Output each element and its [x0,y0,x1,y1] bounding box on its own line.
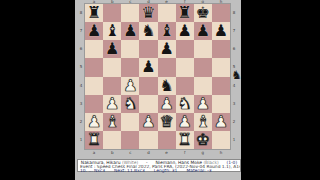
square-e2: ♛ [158,113,176,131]
piece-black-knight-e4: ♞ [159,77,173,95]
square-c8 [121,4,139,22]
board-panel: abcdefgh abcdefgh 87654321 87654321 ♜♛♜♚… [75,0,241,180]
piece-white-queen-e2: ♛ [159,113,173,131]
piece-white-pawn-e3: ♟ [159,95,173,113]
square-a2: ♟ [85,113,103,131]
coord-label-d: d [139,151,157,155]
file-labels-bottom: abcdefgh [85,151,230,155]
piece-black-queen-d8: ♛ [141,4,155,22]
square-a7: ♟ [85,22,103,40]
square-f3: ♞ [176,95,194,113]
square-b1 [103,131,121,149]
coord-label-5: 5 [78,58,84,76]
coord-label-8: 8 [231,4,237,22]
square-g8: ♚ [194,4,212,22]
square-c4: ♟ [121,77,139,95]
coord-label-g: g [194,151,212,155]
square-h5 [212,58,230,76]
piece-black-knight-d7: ♞ [141,22,155,40]
left-letterbox-bar [0,0,75,180]
coord-label-4: 4 [78,77,84,95]
piece-white-knight-f3: ♞ [178,95,192,113]
square-e7: ♝ [158,22,176,40]
piece-black-rook-f8: ♜ [178,4,192,22]
game-length: Length: 31 [154,169,178,173]
square-b3: ♟ [103,95,121,113]
square-d4 [139,77,157,95]
square-a6 [85,40,103,58]
square-b5 [103,58,121,76]
piece-black-pawn-f7: ♟ [178,22,192,40]
coord-label-1: 1 [78,131,84,149]
coord-label-a: a [85,151,103,155]
piece-black-king-g8: ♚ [196,4,210,22]
piece-black-bishop-e7: ♝ [159,22,173,40]
coord-label-f: f [176,151,194,155]
piece-white-rook-f1: ♜ [178,131,192,149]
square-d8: ♛ [139,4,157,22]
piece-black-pawn-a7: ♟ [87,22,101,40]
square-g4 [194,77,212,95]
square-c6 [121,40,139,58]
coord-label-6: 6 [231,40,237,58]
move-played: 10. ... Nxc3 [80,169,105,173]
piece-black-bishop-b7: ♝ [105,22,119,40]
square-h7: ♟ [212,22,230,40]
coord-label-2: 2 [78,113,84,131]
square-a5 [85,58,103,76]
coord-label-2: 2 [231,113,237,131]
coord-label-e: e [158,151,176,155]
square-g2: ♝ [194,113,212,131]
right-letterbox-bar [241,0,320,180]
piece-white-pawn-c4: ♟ [123,77,137,95]
square-b7: ♝ [103,22,121,40]
square-c5 [121,58,139,76]
square-c1 [121,131,139,149]
piece-black-pawn-c7: ♟ [123,22,137,40]
square-g6 [194,40,212,58]
square-e4: ♞ [158,77,176,95]
piece-black-pawn-d5: ♟ [141,58,155,76]
square-e3: ♟ [158,95,176,113]
square-d6 [139,40,157,58]
video-frame: abcdefgh abcdefgh 87654321 87654321 ♜♛♜♚… [0,0,320,180]
square-d1 [139,131,157,149]
piece-black-pawn-g7: ♟ [196,22,210,40]
coord-label-3: 3 [231,95,237,113]
piece-black-pawn-h7: ♟ [214,22,228,40]
piece-white-knight-c3: ♞ [123,95,137,113]
piece-black-rook-a8: ♜ [87,4,101,22]
piece-white-bishop-g2: ♝ [196,113,210,131]
piece-white-pawn-g3: ♟ [196,95,210,113]
square-f4 [176,77,194,95]
coord-label-3: 3 [78,95,84,113]
square-g1: ♚ [194,131,212,149]
caption-box: Nakamura, Hikaru (White) - Niemann, Hans… [77,159,241,172]
piece-white-pawn-f2: ♟ [178,113,192,131]
square-h4 [212,77,230,95]
square-b8 [103,4,121,22]
square-c2 [121,113,139,131]
square-f2: ♟ [176,113,194,131]
square-d7: ♞ [139,22,157,40]
coord-label-h: h [212,151,230,155]
square-f8: ♜ [176,4,194,22]
square-a4 [85,77,103,95]
square-h3 [212,95,230,113]
piece-black-pawn-e6: ♟ [159,40,173,58]
square-g3: ♟ [194,95,212,113]
square-f1: ♜ [176,131,194,149]
next-move: Next: 11.Bxc3 [114,169,145,173]
coord-label-7: 7 [78,22,84,40]
square-f7: ♟ [176,22,194,40]
coord-label-c: c [121,151,139,155]
square-d2: ♟ [139,113,157,131]
coord-label-1: 1 [231,131,237,149]
coord-label-6: 6 [78,40,84,58]
square-g5 [194,58,212,76]
move-info-line: 10. ... Nxc3 Next: 11.Bxc3 Length: 31 Ma… [78,169,240,173]
square-h1 [212,131,230,149]
square-d3 [139,95,157,113]
square-a3 [85,95,103,113]
piece-white-pawn-a2: ♟ [87,113,101,131]
square-b6: ♟ [103,40,121,58]
piece-white-pawn-d2: ♟ [141,113,155,131]
square-e6: ♟ [158,40,176,58]
square-c7: ♟ [121,22,139,40]
piece-white-pawn-h2: ♟ [214,113,228,131]
square-f6 [176,40,194,58]
material-balance: Material: -3 [186,169,211,173]
square-e5 [158,58,176,76]
piece-white-bishop-b2: ♝ [105,113,119,131]
square-f5 [176,58,194,76]
square-a1: ♜ [85,131,103,149]
piece-black-pawn-b6: ♟ [105,40,119,58]
square-h6 [212,40,230,58]
square-b2: ♝ [103,113,121,131]
square-e8 [158,4,176,22]
square-g7: ♟ [194,22,212,40]
square-a8: ♜ [85,4,103,22]
square-e1 [158,131,176,149]
square-b4 [103,77,121,95]
coord-label-b: b [103,151,121,155]
piece-white-pawn-b3: ♟ [105,95,119,113]
piece-white-rook-a1: ♜ [87,131,101,149]
piece-white-king-g1: ♚ [196,131,210,149]
rank-labels-left: 87654321 [78,4,84,149]
square-h2: ♟ [212,113,230,131]
coord-label-7: 7 [231,22,237,40]
square-c3: ♞ [121,95,139,113]
square-d5: ♟ [139,58,157,76]
square-h8 [212,4,230,22]
coord-label-8: 8 [78,4,84,22]
chess-board: ♜♛♜♚♟♝♟♞♝♟♟♟♟♟♟♟♞♟♞♟♞♟♟♝♟♛♟♝♟♜♜♚ [85,4,230,149]
